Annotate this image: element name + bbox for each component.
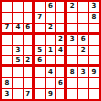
cell-r7c9[interactable]: 9 bbox=[89, 67, 99, 77]
cell-r1c9[interactable]: 3 bbox=[89, 2, 99, 12]
cell-r8c2[interactable] bbox=[13, 78, 23, 88]
cell-r5c6[interactable]: 4 bbox=[56, 46, 66, 56]
cell-r8c1[interactable]: 8 bbox=[2, 78, 12, 88]
cell-r4c9[interactable] bbox=[89, 35, 99, 45]
cell-r4c4[interactable] bbox=[35, 35, 45, 45]
cell-r4c6[interactable]: 2 bbox=[56, 35, 66, 45]
cell-r2c2[interactable] bbox=[13, 13, 23, 23]
cell-r5c9[interactable] bbox=[89, 46, 99, 56]
cell-r9c1[interactable]: 3 bbox=[2, 89, 12, 99]
cell-r3c7[interactable] bbox=[67, 24, 77, 34]
cell-r5c5[interactable]: 1 bbox=[46, 46, 56, 56]
cell-r6c6[interactable] bbox=[56, 56, 66, 66]
cell-r1c8[interactable] bbox=[78, 2, 88, 12]
cell-r1c2[interactable] bbox=[13, 2, 23, 12]
cell-r2c8[interactable] bbox=[78, 13, 88, 23]
cell-r4c8[interactable]: 6 bbox=[78, 35, 88, 45]
cell-r3c6[interactable] bbox=[56, 24, 66, 34]
cell-r7c6[interactable] bbox=[56, 67, 66, 77]
cell-r2c1[interactable] bbox=[2, 13, 12, 23]
cell-r6c1[interactable] bbox=[2, 56, 12, 66]
cell-r7c1[interactable] bbox=[2, 67, 12, 77]
cell-r3c4[interactable] bbox=[35, 24, 45, 34]
cell-r1c1[interactable] bbox=[2, 2, 12, 12]
cell-r5c2[interactable]: 3 bbox=[13, 46, 23, 56]
cell-r1c5[interactable]: 6 bbox=[46, 2, 56, 12]
cell-r3c1[interactable]: 7 bbox=[2, 24, 12, 34]
cell-r1c4[interactable] bbox=[35, 2, 45, 12]
cell-r7c7[interactable]: 8 bbox=[67, 67, 77, 77]
cell-r8c3[interactable] bbox=[24, 78, 34, 88]
cell-r7c2[interactable] bbox=[13, 67, 23, 77]
cell-r9c6[interactable] bbox=[56, 89, 66, 99]
cell-r9c9[interactable] bbox=[89, 89, 99, 99]
cell-r3c2[interactable]: 4 bbox=[13, 24, 23, 34]
cell-r9c8[interactable] bbox=[78, 89, 88, 99]
cell-r8c7[interactable] bbox=[67, 78, 77, 88]
cell-r7c5[interactable]: 4 bbox=[46, 67, 56, 77]
cell-r3c9[interactable] bbox=[89, 24, 99, 34]
cell-r3c5[interactable]: 2 bbox=[46, 24, 56, 34]
cell-r4c5[interactable] bbox=[46, 35, 56, 45]
cell-r2c6[interactable] bbox=[56, 13, 66, 23]
cell-r9c5[interactable]: 9 bbox=[46, 89, 56, 99]
cell-r8c8[interactable] bbox=[78, 78, 88, 88]
cell-r4c3[interactable] bbox=[24, 35, 34, 45]
cell-r7c4[interactable] bbox=[35, 67, 45, 77]
cell-r8c9[interactable] bbox=[89, 78, 99, 88]
cell-r8c5[interactable] bbox=[46, 78, 56, 88]
cell-r5c8[interactable]: 2 bbox=[78, 46, 88, 56]
cell-r2c9[interactable]: 8 bbox=[89, 13, 99, 23]
sudoku-board: 62378746223635142526483986379 bbox=[0, 0, 101, 101]
cell-r8c4[interactable] bbox=[35, 78, 45, 88]
cell-r6c5[interactable] bbox=[46, 56, 56, 66]
cell-r5c7[interactable] bbox=[67, 46, 77, 56]
cell-r6c7[interactable] bbox=[67, 56, 77, 66]
cell-r3c3[interactable]: 6 bbox=[24, 24, 34, 34]
cell-r1c7[interactable]: 2 bbox=[67, 2, 77, 12]
cell-r6c3[interactable]: 2 bbox=[24, 56, 34, 66]
cell-r3c8[interactable] bbox=[78, 24, 88, 34]
cell-r5c1[interactable] bbox=[2, 46, 12, 56]
cell-r2c4[interactable]: 7 bbox=[35, 13, 45, 23]
cell-r5c3[interactable] bbox=[24, 46, 34, 56]
cell-r9c2[interactable] bbox=[13, 89, 23, 99]
cell-r2c3[interactable] bbox=[24, 13, 34, 23]
cell-r2c7[interactable] bbox=[67, 13, 77, 23]
cell-r4c7[interactable]: 3 bbox=[67, 35, 77, 45]
cell-r1c3[interactable] bbox=[24, 2, 34, 12]
cell-r7c3[interactable] bbox=[24, 67, 34, 77]
cell-r6c8[interactable] bbox=[78, 56, 88, 66]
cell-r5c4[interactable]: 5 bbox=[35, 46, 45, 56]
cell-r9c3[interactable]: 7 bbox=[24, 89, 34, 99]
cell-r6c9[interactable] bbox=[89, 56, 99, 66]
cell-r9c7[interactable] bbox=[67, 89, 77, 99]
cell-r2c5[interactable] bbox=[46, 13, 56, 23]
cell-r6c2[interactable]: 5 bbox=[13, 56, 23, 66]
cell-r4c1[interactable] bbox=[2, 35, 12, 45]
cell-r4c2[interactable] bbox=[13, 35, 23, 45]
cell-r9c4[interactable] bbox=[35, 89, 45, 99]
cell-r6c4[interactable]: 6 bbox=[35, 56, 45, 66]
cell-r7c8[interactable]: 3 bbox=[78, 67, 88, 77]
cell-r1c6[interactable] bbox=[56, 2, 66, 12]
cell-r8c6[interactable]: 6 bbox=[56, 78, 66, 88]
